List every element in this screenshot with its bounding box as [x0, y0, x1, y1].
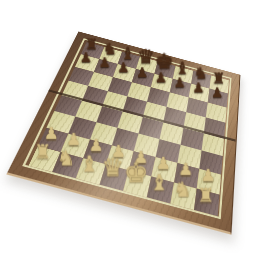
piece-black-king: ♚	[155, 50, 174, 71]
square-h1: ♜	[194, 188, 219, 216]
piece-black-pawn: ♟	[155, 71, 167, 85]
piece-black-pawn: ♟	[211, 86, 223, 100]
piece-black-pawn: ♟	[174, 76, 186, 90]
piece-white-rook: ♜	[197, 186, 215, 206]
product-photo: ♜♞♝♛♚♝♞♜♟♟♟♟♟♟♟♟♟♟♟♟♟♟♟♟♜♞♝♛♚♝♞♜	[0, 0, 270, 270]
chess-board-grid: ♜♞♝♛♚♝♞♜♟♟♟♟♟♟♟♟♟♟♟♟♟♟♟♟♜♞♝♛♚♝♞♜	[28, 42, 228, 216]
piece-white-queen: ♛	[102, 155, 125, 180]
chess-set: ♜♞♝♛♚♝♞♜♟♟♟♟♟♟♟♟♟♟♟♟♟♟♟♟♜♞♝♛♚♝♞♜	[23, 0, 262, 236]
square-e1: ♚	[123, 170, 151, 197]
piece-white-king: ♚	[124, 159, 149, 187]
piece-white-bishop: ♝	[80, 152, 100, 174]
piece-black-pawn: ♟	[192, 81, 204, 95]
piece-black-pawn: ♟	[117, 61, 129, 75]
square-g1: ♞	[170, 182, 196, 209]
piece-black-pawn: ♟	[136, 66, 148, 80]
piece-white-knight: ♞	[174, 178, 193, 199]
piece-black-pawn: ♟	[80, 51, 92, 65]
piece-black-pawn: ♟	[99, 56, 111, 70]
chess-board: ♜♞♝♛♚♝♞♜♟♟♟♟♟♟♟♟♟♟♟♟♟♟♟♟♜♞♝♛♚♝♞♜	[6, 31, 240, 234]
piece-white-knight: ♞	[57, 147, 76, 168]
piece-white-pawn: ♟	[201, 168, 216, 185]
piece-white-bishop: ♝	[150, 171, 170, 193]
piece-white-rook: ♜	[34, 142, 52, 162]
